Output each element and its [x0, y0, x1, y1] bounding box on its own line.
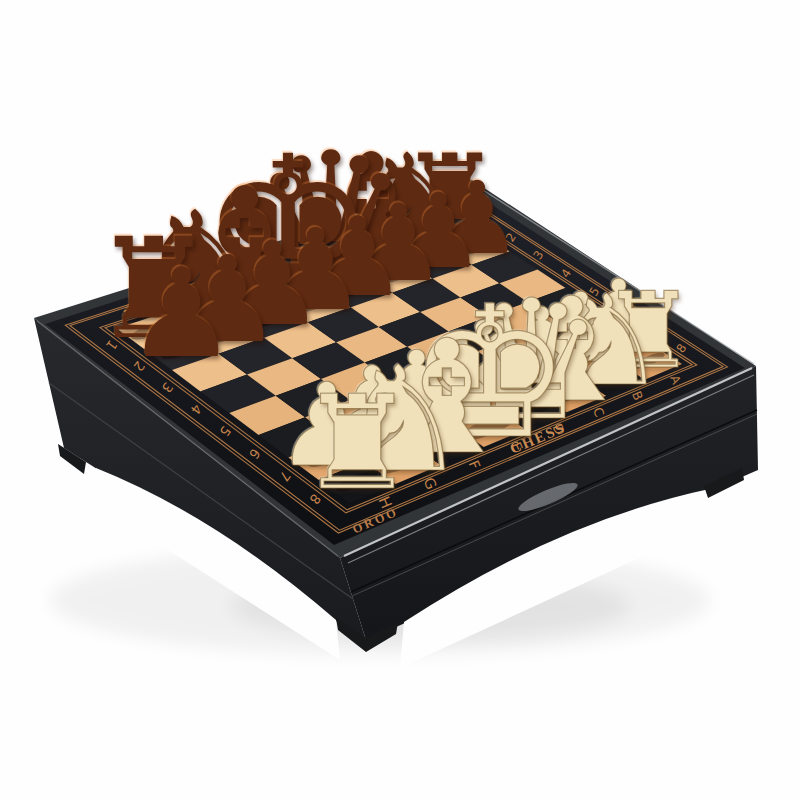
- product-photo: OROO 1HH12GG23FF34EE45DD56CC67BB78AA8CHE…: [0, 0, 800, 800]
- piece-light-rook-h8[interactable]: ♜: [292, 378, 422, 508]
- piece-dark-pawn-h2[interactable]: ♟: [120, 253, 243, 376]
